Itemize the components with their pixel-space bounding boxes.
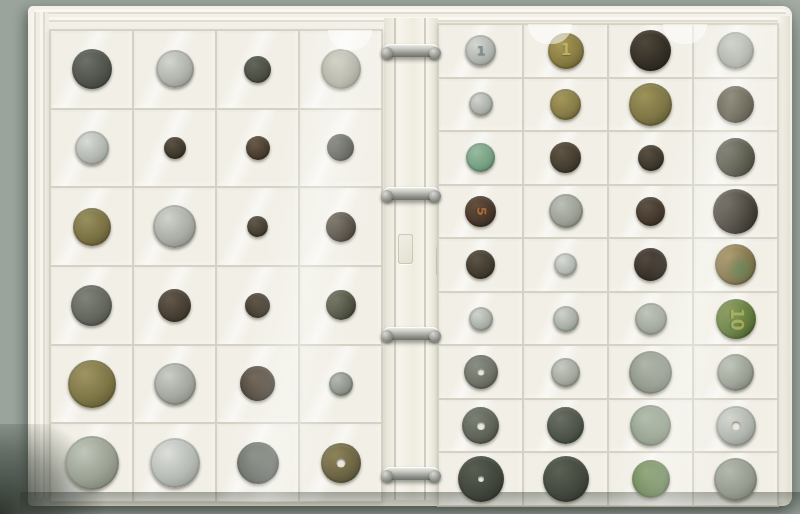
pocket-cell-left-r4c3 (216, 266, 299, 345)
coin-olive-brass-left-r5c1 (68, 360, 116, 408)
coin-nickel-right-r7c4 (717, 354, 754, 391)
pocket-cell-left-r4c1 (50, 266, 133, 345)
coin-silver-25-ore-right-r8c4 (716, 406, 756, 446)
pocket-cell-right-r3c4 (693, 131, 778, 185)
coin-black-bronze-right-r1c3 (630, 30, 671, 71)
coin-denomination: 1 (476, 44, 484, 57)
coin-center-hole (336, 458, 345, 467)
pocket-cell-right-r2c4 (693, 78, 778, 132)
coin-grey-silver-left-r5c4 (329, 372, 353, 396)
pocket-cell-right-r1c1: 1 (438, 24, 523, 78)
binder-ring (383, 467, 439, 480)
coin-aluminium-right-r2c1 (469, 92, 493, 116)
coin-worn-silver-right-r4c2 (549, 194, 583, 228)
pocket-cell-left-r1c4 (299, 30, 382, 109)
pocket-cell-right-r4c2 (523, 185, 608, 239)
coin-dark-bronze-right-r4c3 (636, 197, 665, 226)
pocket-cell-right-r1c4 (693, 24, 778, 78)
coin-denomination: 1 (561, 43, 570, 58)
pocket-cell-left-r4c4 (299, 266, 382, 345)
coin-green-brass-right-r6c4: 10 (716, 299, 756, 339)
coin-silver-right-r6c1 (469, 307, 493, 331)
coin-nickel-green-right-r7c3 (629, 351, 672, 394)
pocket-cell-left-r6c3 (216, 423, 299, 502)
pocket-cell-left-r6c4 (299, 423, 382, 502)
coin-silver-left-r5c2 (154, 363, 196, 405)
pocket-cell-right-r7c4 (693, 345, 778, 399)
pocket-cell-left-r5c4 (299, 345, 382, 424)
pocket-cell-right-r6c3 (608, 292, 693, 346)
coin-dark-bronze-left-r1c3 (244, 56, 271, 83)
coin-olive-brass-left-r3c1 (73, 208, 111, 246)
coin-center-hole (478, 476, 484, 482)
pocket-cell-right-r6c1 (438, 292, 523, 346)
coin-dark-zinc-right-r9c1 (458, 456, 504, 502)
pocket-cell-left-r5c2 (133, 345, 216, 424)
coin-green-corroded-right-r9c3 (632, 460, 670, 498)
coin-brass-right-r2c2 (550, 89, 581, 120)
coin-aluminium-left-r2c1 (75, 131, 109, 165)
coin-denomination: 5 (474, 207, 487, 215)
album-page-right: 11510 (438, 24, 778, 506)
coin-dark-zinc-left-r6c3 (237, 442, 279, 484)
binder-ring (383, 327, 439, 340)
coin-brass-right-r1c2: 1 (548, 33, 584, 69)
coin-silver-portrait-left-r6c2 (150, 438, 200, 488)
pocket-cell-left-r1c3 (216, 30, 299, 109)
coin-corroded-copper-right-r5c4 (715, 244, 756, 285)
pocket-cell-right-r3c2 (523, 131, 608, 185)
album-cover-edge-right (778, 16, 790, 502)
album-binder: 11510 (28, 6, 792, 506)
coin-zinc-right-r7c1 (464, 355, 498, 389)
coin-toned-silver-portrait-left-r6c1 (65, 436, 119, 490)
coin-copper-left-r2c3 (246, 136, 270, 160)
coin-mottled-silver-right-r9c4 (714, 458, 757, 501)
coin-silver-right-r5c2 (554, 253, 577, 276)
binder-ring (383, 187, 439, 200)
coin-center-hole (477, 422, 485, 430)
coin-dark-bronze-right-r3c2 (550, 142, 581, 173)
pocket-cell-right-r6c2 (523, 292, 608, 346)
coin-dark-bronze-left-r2c2 (164, 137, 186, 159)
binder-spine (384, 18, 438, 500)
coin-dark-bronze-left-r3c3 (247, 216, 268, 237)
coin-dark-bronze-left-r5c3 (240, 366, 275, 401)
page-edge-line (394, 18, 396, 500)
coin-zinc-silver-left-r3c2 (153, 205, 196, 248)
coin-album-photo: 11510 (0, 0, 800, 514)
coin-dark-bronze-right-r3c3 (638, 145, 664, 171)
pocket-cell-left-r3c2 (133, 187, 216, 266)
pocket-cell-right-r5c4 (693, 238, 778, 292)
pocket-cell-left-r3c4 (299, 187, 382, 266)
pocket-cell-left-r1c2 (133, 30, 216, 109)
embossed-stamp (398, 234, 413, 264)
coin-silver-right-r7c2 (551, 358, 580, 387)
pocket-cell-right-r7c2 (523, 345, 608, 399)
coin-dark-bronze-left-r4c2 (158, 289, 191, 322)
pocket-cell-right-r4c1: 5 (438, 185, 523, 239)
pocket-cell-left-r3c3 (216, 187, 299, 266)
coin-toned-silver-left-r4c1 (71, 285, 112, 326)
pocket-cell-right-r3c1 (438, 131, 523, 185)
binder-ring (383, 44, 439, 57)
pocket-cell-right-r8c4 (693, 399, 778, 453)
coin-bronze-green-right-r2c4 (717, 86, 754, 123)
pocket-cell-right-r5c2 (523, 238, 608, 292)
coin-silver-right-r6c2 (553, 306, 579, 332)
coin-olive-brass-right-r2c3 (629, 83, 672, 126)
pocket-cell-right-r1c3 (608, 24, 693, 78)
coin-aluminium-right-r1c1: 1 (465, 35, 496, 66)
pocket-cell-left-r3c1 (50, 187, 133, 266)
coin-dark-zinc-left-r1c1 (72, 49, 112, 89)
coin-silver-right-r1c4 (717, 32, 754, 69)
pocket-cell-right-r2c1 (438, 78, 523, 132)
coin-dark-bronze-right-r5c1 (466, 250, 495, 279)
pocket-cell-right-r2c3 (608, 78, 693, 132)
coin-dark-zinc-right-r9c2 (543, 456, 589, 502)
coin-zinc-right-r8c1 (462, 407, 499, 444)
pocket-cell-right-r8c2 (523, 399, 608, 453)
coin-green-bronze-left-r4c4 (326, 290, 356, 320)
coin-copper-right-r4c1: 5 (465, 196, 496, 227)
album-shadow (20, 492, 800, 514)
coin-toned-silver-green-right-r8c3 (630, 405, 671, 446)
pocket-cell-left-r5c3 (216, 345, 299, 424)
pocket-cell-right-r6c4: 10 (693, 292, 778, 346)
coin-dark-green-bronze-right-r3c4 (716, 138, 755, 177)
pocket-cell-right-r7c3 (608, 345, 693, 399)
pocket-cell-right-r4c3 (608, 185, 693, 239)
page-edge-line (424, 18, 426, 500)
pocket-cell-right-r7c1 (438, 345, 523, 399)
coin-verdigris-right-r3c1 (466, 143, 495, 172)
coin-olive-bronze-left-r6c4 (321, 443, 361, 483)
pocket-cell-right-r5c1 (438, 238, 523, 292)
pocket-cell-left-r1c1 (50, 30, 133, 109)
pocket-cell-left-r2c3 (216, 109, 299, 188)
coin-silver-tan-left-r1c4 (321, 49, 361, 89)
pocket-cell-left-r2c1 (50, 109, 133, 188)
pocket-cell-right-r4c4 (693, 185, 778, 239)
pocket-cell-left-r6c2 (133, 423, 216, 502)
pocket-cell-left-r2c4 (299, 109, 382, 188)
pocket-cell-right-r1c2: 1 (523, 24, 608, 78)
coin-dark-bronze-left-r2c4 (327, 134, 354, 161)
pocket-cell-right-r3c3 (608, 131, 693, 185)
coin-nickel-right-r6c3 (635, 303, 667, 335)
coin-silver-left-r1c2 (156, 50, 194, 88)
coin-black-bronze-right-r4c4 (713, 189, 758, 234)
coin-center-hole (477, 369, 484, 376)
pocket-cell-right-r2c2 (523, 78, 608, 132)
coin-denomination: 10 (727, 307, 744, 329)
pocket-cell-right-r5c3 (608, 238, 693, 292)
coin-dark-bronze-left-r4c3 (245, 293, 270, 318)
coin-chocolate-bronze-right-r5c3 (634, 248, 667, 281)
pocket-cell-right-r8c3 (608, 399, 693, 453)
coin-center-hole (731, 421, 740, 430)
coin-dark-bronze-left-r3c4 (326, 212, 356, 242)
pocket-cell-right-r8c1 (438, 399, 523, 453)
pocket-cell-left-r5c1 (50, 345, 133, 424)
coin-dark-zinc-right-r8c2 (547, 407, 584, 444)
pocket-cell-left-r4c2 (133, 266, 216, 345)
pocket-cell-left-r2c2 (133, 109, 216, 188)
